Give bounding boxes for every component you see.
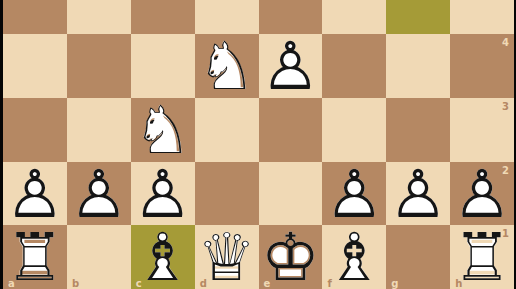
- square-e3[interactable]: [259, 98, 323, 162]
- white-pawn[interactable]: ♟♙: [131, 162, 195, 226]
- square-a2[interactable]: ♟♙: [3, 162, 67, 226]
- square-f3[interactable]: [322, 98, 386, 162]
- square-g2[interactable]: ♟♙: [386, 162, 450, 226]
- square-b1[interactable]: [67, 225, 131, 289]
- square-a1[interactable]: ♜♖: [3, 225, 67, 289]
- square-a4[interactable]: [3, 34, 67, 98]
- square-f2[interactable]: ♟♙: [322, 162, 386, 226]
- white-bishop[interactable]: ♝♗: [131, 225, 195, 289]
- white-pawn[interactable]: ♟♙: [450, 162, 514, 226]
- white-pawn[interactable]: ♟♙: [259, 34, 323, 98]
- pawn-glyph-outline: ♙: [5, 162, 64, 228]
- square-h4[interactable]: [450, 34, 514, 98]
- white-pawn[interactable]: ♟♙: [386, 162, 450, 226]
- square-f4[interactable]: [322, 34, 386, 98]
- king-glyph-outline: ♔: [261, 225, 320, 289]
- pawn-glyph-outline: ♙: [389, 162, 448, 228]
- square-c2[interactable]: ♟♙: [131, 162, 195, 226]
- square-b3[interactable]: [67, 98, 131, 162]
- pawn-glyph-outline: ♙: [133, 162, 192, 228]
- square-e4[interactable]: ♟♙: [259, 34, 323, 98]
- square-b5[interactable]: [67, 0, 131, 34]
- white-pawn[interactable]: ♟♙: [67, 162, 131, 226]
- white-king[interactable]: ♚♔: [259, 225, 323, 289]
- square-f5[interactable]: [322, 0, 386, 34]
- rook-glyph-outline: ♖: [5, 225, 64, 289]
- rook-glyph-outline: ♖: [452, 225, 511, 289]
- square-h3[interactable]: [450, 98, 514, 162]
- square-b4[interactable]: [67, 34, 131, 98]
- white-rook[interactable]: ♜♖: [3, 225, 67, 289]
- square-e1[interactable]: ♚♔: [259, 225, 323, 289]
- pawn-glyph-outline: ♙: [452, 162, 511, 228]
- square-d3[interactable]: [195, 98, 259, 162]
- square-f1[interactable]: ♝♗: [322, 225, 386, 289]
- square-g4[interactable]: [386, 34, 450, 98]
- queen-glyph-outline: ♕: [197, 225, 256, 289]
- square-e2[interactable]: [259, 162, 323, 226]
- square-h1[interactable]: ♜♖: [450, 225, 514, 289]
- square-g3[interactable]: [386, 98, 450, 162]
- pawn-glyph-outline: ♙: [69, 162, 128, 228]
- video-frame: ♞♘♟♙♞♘♟♙♟♙♟♙♟♙♟♙♟♙♜♖♝♗♛♕♚♔♝♗♜♖4321abcdef…: [0, 0, 516, 289]
- pawn-glyph-outline: ♙: [261, 34, 320, 100]
- square-c3[interactable]: ♞♘: [131, 98, 195, 162]
- pawn-glyph-outline: ♙: [325, 162, 384, 228]
- square-h5[interactable]: [450, 0, 514, 34]
- white-queen[interactable]: ♛♕: [195, 225, 259, 289]
- square-d1[interactable]: ♛♕: [195, 225, 259, 289]
- square-g1[interactable]: [386, 225, 450, 289]
- white-knight[interactable]: ♞♘: [195, 34, 259, 98]
- white-pawn[interactable]: ♟♙: [3, 162, 67, 226]
- square-d4[interactable]: ♞♘: [195, 34, 259, 98]
- square-h2[interactable]: ♟♙: [450, 162, 514, 226]
- chess-board[interactable]: ♞♘♟♙♞♘♟♙♟♙♟♙♟♙♟♙♟♙♜♖♝♗♛♕♚♔♝♗♜♖4321abcdef…: [3, 0, 514, 289]
- white-pawn[interactable]: ♟♙: [322, 162, 386, 226]
- square-a3[interactable]: [3, 98, 67, 162]
- white-rook[interactable]: ♜♖: [450, 225, 514, 289]
- square-c1[interactable]: ♝♗: [131, 225, 195, 289]
- bishop-glyph-outline: ♗: [325, 225, 384, 289]
- knight-glyph-outline: ♘: [197, 34, 256, 100]
- bishop-glyph-outline: ♗: [133, 225, 192, 289]
- white-bishop[interactable]: ♝♗: [322, 225, 386, 289]
- square-c4[interactable]: [131, 34, 195, 98]
- square-g5[interactable]: [386, 0, 450, 34]
- square-b2[interactable]: ♟♙: [67, 162, 131, 226]
- white-knight[interactable]: ♞♘: [131, 98, 195, 162]
- square-d2[interactable]: [195, 162, 259, 226]
- knight-glyph-outline: ♘: [133, 98, 192, 164]
- square-a5[interactable]: [3, 0, 67, 34]
- square-c5[interactable]: [131, 0, 195, 34]
